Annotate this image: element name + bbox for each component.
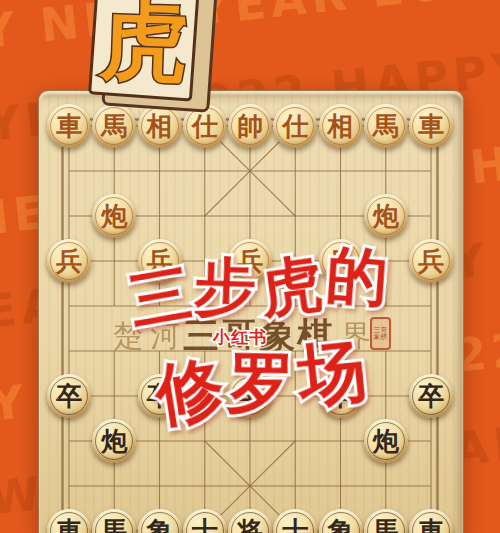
xiangqi-board: 楚河 三哥象棋 界 三哥 象棋 車馬相仕帥仕相馬車炮炮兵兵兵兵兵卒卒卒卒卒炮炮車… <box>38 90 464 533</box>
tiger-character: 虎 <box>98 0 189 86</box>
tiger-new-year-card: 虎 <box>88 0 200 101</box>
piece-character: 車 <box>56 518 82 533</box>
piece-character: 帥 <box>237 113 263 139</box>
piece-character: 士 <box>282 518 308 533</box>
piece-character: 卒 <box>56 383 82 409</box>
piece-character: 馬 <box>373 113 399 139</box>
piece-red-r3c0[interactable]: 兵 <box>47 239 91 283</box>
piece-black-r6c0[interactable]: 卒 <box>47 374 91 418</box>
piece-character: 馬 <box>101 113 127 139</box>
piece-character: 兵 <box>147 248 173 274</box>
piece-character: 炮 <box>373 428 399 454</box>
piece-character: 兵 <box>237 248 263 274</box>
seal-col-2: 象棋 <box>374 334 388 341</box>
piece-character: 炮 <box>101 428 127 454</box>
piece-character: 将 <box>237 518 263 533</box>
card-face: 虎 <box>88 0 200 101</box>
piece-character: 車 <box>418 113 444 139</box>
piece-character: 馬 <box>101 518 127 533</box>
piece-character: 士 <box>192 518 218 533</box>
piece-black-r6c4[interactable]: 卒 <box>228 374 272 418</box>
piece-character: 卒 <box>147 383 173 409</box>
piece-red-r0c5[interactable]: 仕 <box>273 104 317 148</box>
piece-character: 馬 <box>373 518 399 533</box>
piece-black-r6c6[interactable]: 卒 <box>319 374 363 418</box>
piece-character: 兵 <box>56 248 82 274</box>
piece-character: 象 <box>328 518 354 533</box>
piece-red-r0c6[interactable]: 相 <box>319 104 363 148</box>
piece-red-r3c6[interactable]: 兵 <box>319 239 363 283</box>
piece-character: 卒 <box>418 383 444 409</box>
piece-character: 炮 <box>373 203 399 229</box>
bg-pattern-row: HAPPY NEW YEAR 2022 HAPPY NEW YEAR 2022 … <box>0 0 500 89</box>
river-text-right: 界 <box>341 316 371 357</box>
piece-red-r0c2[interactable]: 相 <box>138 104 182 148</box>
piece-black-r7c1[interactable]: 炮 <box>92 419 136 463</box>
piece-red-r3c4[interactable]: 兵 <box>228 239 272 283</box>
river-seal-stamp: 三哥 象棋 <box>370 317 391 350</box>
piece-character: 車 <box>56 113 82 139</box>
piece-character: 仕 <box>282 113 308 139</box>
piece-red-r0c4[interactable]: 帥 <box>228 104 272 148</box>
piece-black-r6c8[interactable]: 卒 <box>409 374 453 418</box>
river-app-logo: 三哥象棋 <box>183 312 335 361</box>
piece-character: 象 <box>147 518 173 533</box>
piece-character: 相 <box>147 113 173 139</box>
piece-character: 卒 <box>237 383 263 409</box>
piece-character: 兵 <box>418 248 444 274</box>
piece-character: 炮 <box>101 203 127 229</box>
piece-character: 車 <box>418 518 444 533</box>
river-text-left: 楚河 <box>113 316 187 357</box>
piece-red-r3c2[interactable]: 兵 <box>138 239 182 283</box>
piece-red-r0c7[interactable]: 馬 <box>364 104 408 148</box>
poster-canvas: HAPPY NEW YEAR 2022 HAPPY NEW YEAR 2022 … <box>0 0 500 533</box>
piece-character: 兵 <box>328 248 354 274</box>
piece-red-r0c8[interactable]: 車 <box>409 104 453 148</box>
piece-black-r7c7[interactable]: 炮 <box>364 419 408 463</box>
piece-character: 卒 <box>328 383 354 409</box>
piece-red-r0c1[interactable]: 馬 <box>92 104 136 148</box>
piece-character: 相 <box>328 113 354 139</box>
piece-red-r2c7[interactable]: 炮 <box>364 194 408 238</box>
piece-red-r2c1[interactable]: 炮 <box>92 194 136 238</box>
piece-red-r0c3[interactable]: 仕 <box>183 104 227 148</box>
piece-black-r6c2[interactable]: 卒 <box>138 374 182 418</box>
piece-red-r3c8[interactable]: 兵 <box>409 239 453 283</box>
piece-red-r0c0[interactable]: 車 <box>47 104 91 148</box>
piece-character: 仕 <box>192 113 218 139</box>
